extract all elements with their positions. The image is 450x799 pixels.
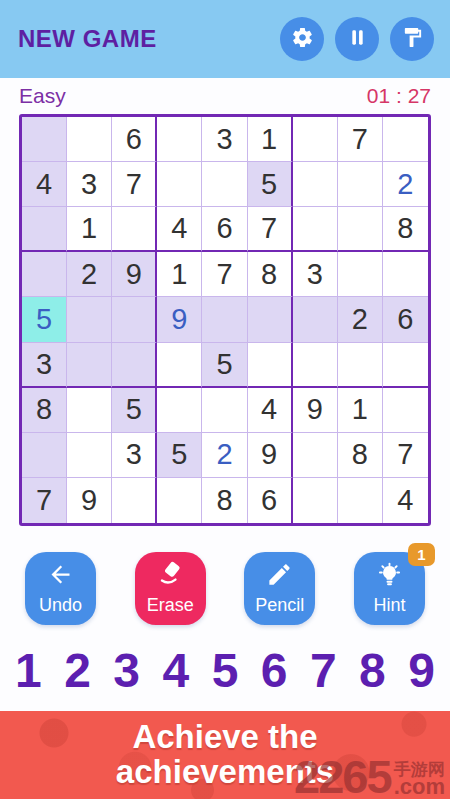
numberpad-5[interactable]: 5 — [212, 647, 239, 695]
difficulty-label: Easy — [19, 84, 66, 108]
cell-r4c6[interactable]: 8 — [248, 252, 293, 297]
cell-r8c5[interactable]: 2 — [202, 433, 247, 478]
theme-button[interactable] — [390, 17, 434, 61]
hint-label: Hint — [373, 595, 405, 616]
cell-r8c2[interactable] — [67, 433, 112, 478]
cell-r5c7[interactable] — [293, 297, 338, 342]
numberpad-2[interactable]: 2 — [64, 647, 91, 695]
cell-r4c3[interactable]: 9 — [112, 252, 157, 297]
cell-r7c8[interactable]: 1 — [338, 388, 383, 433]
cell-r5c1[interactable]: 5 — [22, 297, 67, 342]
cell-r6c1[interactable]: 3 — [22, 343, 67, 388]
cell-r6c4[interactable] — [157, 343, 202, 388]
cell-r3c1[interactable] — [22, 207, 67, 252]
cell-r9c7[interactable] — [293, 478, 338, 523]
cell-r2c8[interactable] — [338, 162, 383, 207]
cell-r5c4[interactable]: 9 — [157, 297, 202, 342]
sudoku-board: 6317437521467829178359263585491352987798… — [19, 114, 431, 526]
cell-r3c5[interactable]: 6 — [202, 207, 247, 252]
cell-r4c8[interactable] — [338, 252, 383, 297]
pencil-icon — [266, 561, 293, 591]
undo-label: Undo — [39, 595, 82, 616]
cell-r5c6[interactable] — [248, 297, 293, 342]
pencil-label: Pencil — [255, 595, 304, 616]
cell-r6c6[interactable] — [248, 343, 293, 388]
eraser-icon — [157, 561, 184, 591]
cell-r7c2[interactable] — [67, 388, 112, 433]
cell-r4c4[interactable]: 1 — [157, 252, 202, 297]
cell-r9c2[interactable]: 9 — [67, 478, 112, 523]
cell-r2c7[interactable] — [293, 162, 338, 207]
cell-r2c9[interactable]: 2 — [383, 162, 428, 207]
cell-r8c3[interactable]: 3 — [112, 433, 157, 478]
cell-r9c8[interactable] — [338, 478, 383, 523]
ad-banner[interactable]: Achieve the achievements 2265 手游网 .com — [0, 711, 450, 799]
cell-r4c9[interactable] — [383, 252, 428, 297]
pencil-button[interactable]: Pencil — [244, 552, 315, 625]
erase-label: Erase — [147, 595, 194, 616]
cell-r1c4[interactable] — [157, 117, 202, 162]
cell-r3c3[interactable] — [112, 207, 157, 252]
cell-r4c1[interactable] — [22, 252, 67, 297]
cell-r2c4[interactable] — [157, 162, 202, 207]
header: NEW GAME — [0, 0, 450, 78]
numberpad-3[interactable]: 3 — [113, 647, 140, 695]
cell-r6c7[interactable] — [293, 343, 338, 388]
numberpad: 123456789 — [0, 647, 450, 695]
hint-badge: 1 — [408, 543, 435, 566]
page-title: NEW GAME — [18, 25, 157, 53]
cell-r7c3[interactable]: 5 — [112, 388, 157, 433]
undo-arrow-icon — [47, 561, 74, 591]
cell-r3c4[interactable]: 4 — [157, 207, 202, 252]
cell-r7c7[interactable]: 9 — [293, 388, 338, 433]
settings-button[interactable] — [280, 17, 324, 61]
cell-r3c6[interactable]: 7 — [248, 207, 293, 252]
watermark: 2265 手游网 .com — [294, 758, 445, 797]
pause-button[interactable] — [335, 17, 379, 61]
cell-r1c3[interactable]: 6 — [112, 117, 157, 162]
cell-r1c1[interactable] — [22, 117, 67, 162]
cell-r6c8[interactable] — [338, 343, 383, 388]
timer: 01 : 27 — [367, 84, 431, 108]
cell-r1c2[interactable] — [67, 117, 112, 162]
cell-r8c1[interactable] — [22, 433, 67, 478]
cell-r3c8[interactable] — [338, 207, 383, 252]
watermark-com: .com — [394, 778, 445, 797]
cell-r1c7[interactable] — [293, 117, 338, 162]
cell-r8c4[interactable]: 5 — [157, 433, 202, 478]
cell-r2c2[interactable]: 3 — [67, 162, 112, 207]
hint-button[interactable]: 1 Hint — [354, 552, 425, 625]
cell-r4c7[interactable]: 3 — [293, 252, 338, 297]
cell-r6c2[interactable] — [67, 343, 112, 388]
numberpad-1[interactable]: 1 — [15, 647, 42, 695]
numberpad-4[interactable]: 4 — [162, 647, 189, 695]
erase-button[interactable]: Erase — [135, 552, 206, 625]
cell-r2c1[interactable]: 4 — [22, 162, 67, 207]
cell-r9c5[interactable]: 8 — [202, 478, 247, 523]
cell-r5c5[interactable] — [202, 297, 247, 342]
cell-r1c5[interactable]: 3 — [202, 117, 247, 162]
gear-icon — [291, 26, 314, 52]
cell-r9c3[interactable] — [112, 478, 157, 523]
cell-r7c1[interactable]: 8 — [22, 388, 67, 433]
pause-icon — [346, 26, 369, 52]
cell-r2c6[interactable]: 5 — [248, 162, 293, 207]
cell-r1c6[interactable]: 1 — [248, 117, 293, 162]
cell-r7c5[interactable] — [202, 388, 247, 433]
paint-roller-icon — [401, 26, 424, 52]
cell-r5c3[interactable] — [112, 297, 157, 342]
cell-r8c7[interactable] — [293, 433, 338, 478]
undo-button[interactable]: Undo — [25, 552, 96, 625]
watermark-number: 2265 — [294, 758, 391, 797]
numberpad-6[interactable]: 6 — [261, 647, 288, 695]
cell-r8c8[interactable]: 8 — [338, 433, 383, 478]
cell-r6c9[interactable] — [383, 343, 428, 388]
cell-r7c6[interactable]: 4 — [248, 388, 293, 433]
cell-r8c6[interactable]: 9 — [248, 433, 293, 478]
status-bar: Easy 01 : 27 — [0, 78, 450, 114]
cell-r5c9[interactable]: 6 — [383, 297, 428, 342]
cell-r8c9[interactable]: 7 — [383, 433, 428, 478]
cell-r1c9[interactable] — [383, 117, 428, 162]
numberpad-9[interactable]: 9 — [408, 647, 435, 695]
cell-r3c9[interactable]: 8 — [383, 207, 428, 252]
cell-r7c9[interactable] — [383, 388, 428, 433]
cell-r3c7[interactable] — [293, 207, 338, 252]
cell-r2c3[interactable]: 7 — [112, 162, 157, 207]
cell-r6c3[interactable] — [112, 343, 157, 388]
header-buttons — [280, 17, 434, 61]
cell-r5c2[interactable] — [67, 297, 112, 342]
cell-r9c1[interactable]: 7 — [22, 478, 67, 523]
watermark-suffix-block: 手游网 .com — [394, 761, 445, 797]
sudoku-app: NEW GAME Easy 01 : 27 631743752146782917 — [0, 0, 450, 799]
lightbulb-icon — [376, 561, 403, 591]
cell-r1c8[interactable]: 7 — [338, 117, 383, 162]
numberpad-7[interactable]: 7 — [310, 647, 337, 695]
numberpad-8[interactable]: 8 — [359, 647, 386, 695]
cell-r9c6[interactable]: 6 — [248, 478, 293, 523]
cell-r9c4[interactable] — [157, 478, 202, 523]
toolbar: Undo Erase Pencil 1 Hint — [0, 552, 450, 625]
banner-text-line1: Achieve the — [132, 720, 317, 755]
cell-r2c5[interactable] — [202, 162, 247, 207]
cell-r7c4[interactable] — [157, 388, 202, 433]
cell-r9c9[interactable]: 4 — [383, 478, 428, 523]
cell-r5c8[interactable]: 2 — [338, 297, 383, 342]
cell-r6c5[interactable]: 5 — [202, 343, 247, 388]
cell-r3c2[interactable]: 1 — [67, 207, 112, 252]
cell-r4c5[interactable]: 7 — [202, 252, 247, 297]
cell-r4c2[interactable]: 2 — [67, 252, 112, 297]
